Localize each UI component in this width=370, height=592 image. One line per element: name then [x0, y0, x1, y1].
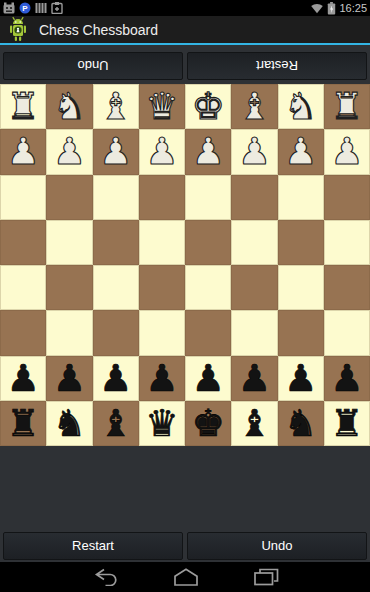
board-square[interactable]	[0, 220, 46, 265]
black-pawn: ♟	[238, 360, 271, 397]
white-pawn: ♟	[99, 133, 132, 170]
board-square[interactable]	[93, 265, 139, 310]
white-knight: ♞	[53, 88, 86, 125]
board-square[interactable]	[231, 265, 277, 310]
battery-icon	[327, 2, 336, 15]
board-square[interactable]	[278, 310, 324, 355]
board-square[interactable]: ♝	[231, 401, 277, 446]
board-square[interactable]: ♜	[324, 401, 370, 446]
board-square[interactable]: ♟	[0, 356, 46, 401]
white-pawn: ♟	[53, 133, 86, 170]
board-square[interactable]: ♝	[93, 84, 139, 129]
board-square[interactable]	[185, 265, 231, 310]
black-bishop: ♝	[99, 405, 132, 442]
action-bar: Chess Chessboard	[0, 16, 370, 45]
black-pawn: ♟	[192, 360, 225, 397]
black-rook: ♜	[7, 405, 40, 442]
board-square[interactable]: ♜	[324, 84, 370, 129]
board-square[interactable]	[46, 265, 92, 310]
chess-board: ♜♞♝♛♚♝♞♜♟♟♟♟♟♟♟♟♟♟♟♟♟♟♟♟♜♞♝♛♚♝♞♜	[0, 84, 370, 446]
board-square[interactable]	[185, 310, 231, 355]
board-square[interactable]	[46, 175, 92, 220]
white-rook: ♜	[7, 88, 40, 125]
clipboard-notification-icon	[51, 2, 63, 14]
board-square[interactable]	[278, 265, 324, 310]
board-square[interactable]	[231, 310, 277, 355]
white-king: ♚	[192, 88, 225, 125]
board-square[interactable]: ♞	[46, 401, 92, 446]
board-square[interactable]	[93, 310, 139, 355]
white-pawn: ♟	[330, 133, 363, 170]
opponent-undo-button[interactable]: Undo	[3, 52, 183, 80]
white-bishop: ♝	[238, 88, 271, 125]
board-square[interactable]	[324, 265, 370, 310]
board-square[interactable]	[46, 220, 92, 265]
black-pawn: ♟	[284, 360, 317, 397]
app-title: Chess Chessboard	[39, 22, 158, 38]
board-square[interactable]	[324, 175, 370, 220]
board-square[interactable]: ♝	[231, 84, 277, 129]
back-icon	[90, 568, 120, 586]
white-pawn: ♟	[145, 133, 178, 170]
white-bishop: ♝	[99, 88, 132, 125]
black-knight: ♞	[284, 405, 317, 442]
white-pawn: ♟	[284, 133, 317, 170]
status-notification-icons: P	[3, 2, 63, 14]
parking-notification-icon: P	[19, 2, 31, 14]
player-controls: Restart Undo	[0, 532, 370, 559]
undo-button[interactable]: Undo	[187, 532, 367, 560]
back-button[interactable]	[90, 568, 120, 586]
board-square[interactable]	[0, 265, 46, 310]
wifi-icon	[310, 2, 324, 14]
white-queen: ♛	[145, 88, 178, 125]
app-notification-icon	[3, 2, 15, 14]
board-square[interactable]	[231, 175, 277, 220]
board-square[interactable]: ♛	[139, 401, 185, 446]
board-square[interactable]	[139, 220, 185, 265]
white-pawn: ♟	[7, 133, 40, 170]
black-pawn: ♟	[145, 360, 178, 397]
black-pawn: ♟	[7, 360, 40, 397]
status-bar: P 16:25	[0, 0, 370, 16]
board-square[interactable]: ♟	[46, 129, 92, 174]
board-square[interactable]	[278, 220, 324, 265]
board-square[interactable]: ♟	[324, 356, 370, 401]
board-square[interactable]	[139, 175, 185, 220]
opponent-restart-button[interactable]: Restart	[187, 52, 367, 80]
board-square[interactable]: ♟	[46, 356, 92, 401]
board-square[interactable]: ♟	[324, 129, 370, 174]
board-square[interactable]: ♟	[278, 129, 324, 174]
black-pawn: ♟	[99, 360, 132, 397]
board-square[interactable]: ♟	[93, 129, 139, 174]
black-pawn: ♟	[330, 360, 363, 397]
white-rook: ♜	[330, 88, 363, 125]
black-rook: ♜	[330, 405, 363, 442]
black-bishop: ♝	[238, 405, 271, 442]
board-square[interactable]	[139, 265, 185, 310]
black-king: ♚	[192, 405, 225, 442]
board-square[interactable]: ♟	[139, 129, 185, 174]
board-square[interactable]	[231, 220, 277, 265]
board-square[interactable]: ♟	[0, 129, 46, 174]
board-square[interactable]: ♟	[185, 356, 231, 401]
recents-icon	[252, 568, 280, 586]
board-square[interactable]: ♛	[139, 84, 185, 129]
board-square[interactable]: ♞	[278, 401, 324, 446]
clock-time: 16:25	[339, 0, 367, 16]
board-square[interactable]: ♝	[93, 401, 139, 446]
board-square[interactable]: ♚	[185, 401, 231, 446]
android-screen: P 16:25	[0, 0, 370, 592]
black-queen: ♛	[145, 405, 178, 442]
board-square[interactable]	[93, 220, 139, 265]
board-square[interactable]: ♞	[46, 84, 92, 129]
restart-button[interactable]: Restart	[3, 532, 183, 560]
white-pawn: ♟	[192, 133, 225, 170]
white-pawn: ♟	[238, 133, 271, 170]
board-square[interactable]	[0, 175, 46, 220]
board-square[interactable]: ♚	[185, 84, 231, 129]
board-square[interactable]: ♟	[278, 356, 324, 401]
board-square[interactable]	[93, 175, 139, 220]
black-knight: ♞	[53, 405, 86, 442]
board-square[interactable]: ♟	[185, 129, 231, 174]
board-square[interactable]: ♟	[93, 356, 139, 401]
board-square[interactable]: ♞	[278, 84, 324, 129]
board-square[interactable]	[324, 220, 370, 265]
home-button[interactable]	[172, 568, 200, 586]
home-icon	[172, 568, 200, 586]
board-square[interactable]: ♜	[0, 84, 46, 129]
board-square[interactable]	[324, 310, 370, 355]
board-square[interactable]	[46, 310, 92, 355]
bars-notification-icon	[35, 2, 47, 14]
opponent-controls: Undo Restart	[0, 47, 370, 84]
board-square[interactable]	[139, 310, 185, 355]
board-square[interactable]	[185, 220, 231, 265]
white-knight: ♞	[284, 88, 317, 125]
board-square[interactable]	[0, 310, 46, 355]
svg-text:P: P	[22, 4, 28, 13]
black-pawn: ♟	[53, 360, 86, 397]
board-square[interactable]: ♟	[231, 356, 277, 401]
board-square[interactable]: ♟	[139, 356, 185, 401]
status-system-icons: 16:25	[310, 0, 367, 16]
recents-button[interactable]	[252, 568, 280, 586]
board-square[interactable]: ♜	[0, 401, 46, 446]
board-square[interactable]	[185, 175, 231, 220]
android-robot-chess-icon	[5, 16, 31, 43]
navigation-bar	[0, 562, 370, 592]
board-square[interactable]: ♟	[231, 129, 277, 174]
board-square[interactable]	[278, 175, 324, 220]
